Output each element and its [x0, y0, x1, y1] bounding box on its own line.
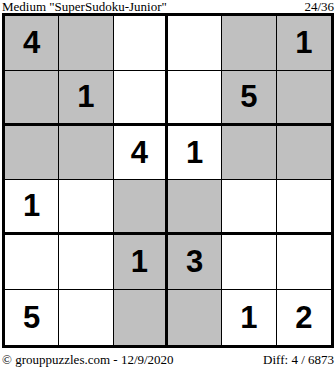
cell-r1c6-given: 1 — [277, 16, 331, 71]
cell-r5c5[interactable] — [222, 235, 276, 290]
cell-r3c5[interactable] — [222, 126, 276, 181]
cell-r5c3-given: 1 — [114, 235, 168, 290]
cell-r1c3[interactable] — [114, 16, 168, 71]
cell-r3c1[interactable] — [5, 126, 59, 181]
cell-r3c2[interactable] — [59, 126, 113, 181]
footer: © grouppuzzles.com - 12/9/2020 Diff: 4 /… — [2, 352, 334, 368]
cell-r4c3[interactable] — [114, 180, 168, 235]
cell-r1c1-given: 4 — [5, 16, 59, 71]
cell-r6c5-given: 1 — [222, 290, 276, 345]
header: Medium "SuperSudoku-Junior" 24/36 — [2, 0, 334, 13]
cell-r6c2[interactable] — [59, 290, 113, 345]
cell-r3c6[interactable] — [277, 126, 331, 181]
cell-r3c4-given: 1 — [168, 126, 222, 181]
cell-r1c5[interactable] — [222, 16, 276, 71]
cell-r4c4[interactable] — [168, 180, 222, 235]
cell-r2c4[interactable] — [168, 71, 222, 126]
cell-r6c1-given: 5 — [5, 290, 59, 345]
cell-r2c1[interactable] — [5, 71, 59, 126]
cell-r1c4[interactable] — [168, 16, 222, 71]
cell-r2c5-given: 5 — [222, 71, 276, 126]
cell-r6c3[interactable] — [114, 290, 168, 345]
cell-r4c1-given: 1 — [5, 180, 59, 235]
cell-r2c2-given: 1 — [59, 71, 113, 126]
difficulty-text: Diff: 4 / 6873 — [263, 352, 334, 368]
cell-r2c6[interactable] — [277, 71, 331, 126]
cell-r4c2[interactable] — [59, 180, 113, 235]
puzzle-title: Medium "SuperSudoku-Junior" — [2, 0, 167, 13]
sudoku-board: 411541113512 — [2, 13, 334, 348]
progress-counter: 24/36 — [304, 0, 334, 13]
cell-r6c4[interactable] — [168, 290, 222, 345]
cell-r5c4-given: 3 — [168, 235, 222, 290]
cell-r3c3-given: 4 — [114, 126, 168, 181]
copyright-text: © grouppuzzles.com - 12/9/2020 — [2, 352, 174, 368]
cell-r6c6-given: 2 — [277, 290, 331, 345]
cell-r1c2[interactable] — [59, 16, 113, 71]
cell-r5c2[interactable] — [59, 235, 113, 290]
cell-r5c6[interactable] — [277, 235, 331, 290]
cell-r4c6[interactable] — [277, 180, 331, 235]
cell-r2c3[interactable] — [114, 71, 168, 126]
cell-r4c5[interactable] — [222, 180, 276, 235]
cell-r5c1[interactable] — [5, 235, 59, 290]
